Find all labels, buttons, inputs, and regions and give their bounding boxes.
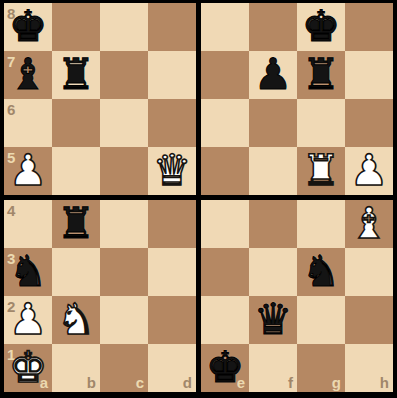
square-h2[interactable]: [345, 296, 393, 344]
black-king-a8[interactable]: ♚: [9, 2, 48, 50]
square-h4[interactable]: ♝: [345, 200, 393, 248]
square-c1[interactable]: c: [100, 344, 148, 392]
file-label-f: f: [288, 375, 293, 390]
square-c3[interactable]: [100, 248, 148, 296]
quadrant-bottom-right: ♝♞♛e♚fgh: [201, 200, 393, 392]
square-f1[interactable]: f: [249, 344, 297, 392]
white-king-a1[interactable]: ♚: [9, 343, 48, 391]
square-d4[interactable]: [148, 200, 196, 248]
chessboard: 8♚7♝♜65♟♛ ♚♟♜♜♟ 4♜3♞2♟♞1a♚bcd ♝♞♛e♚fgh: [4, 3, 393, 392]
square-f2[interactable]: ♛: [249, 296, 297, 344]
square-g2[interactable]: [297, 296, 345, 344]
square-e1[interactable]: e♚: [201, 344, 249, 392]
square-h3[interactable]: [345, 248, 393, 296]
black-knight-a3[interactable]: ♞: [9, 247, 48, 295]
square-h5[interactable]: ♟: [345, 147, 393, 195]
square-b2[interactable]: ♞: [52, 296, 100, 344]
square-d2[interactable]: [148, 296, 196, 344]
square-b4[interactable]: ♜: [52, 200, 100, 248]
black-pawn-f7[interactable]: ♟: [254, 50, 293, 98]
square-b1[interactable]: b: [52, 344, 100, 392]
square-a3[interactable]: 3♞: [4, 248, 52, 296]
square-f6[interactable]: [249, 99, 297, 147]
black-king-g8[interactable]: ♚: [302, 2, 341, 50]
square-g4[interactable]: [297, 200, 345, 248]
black-rook-b7[interactable]: ♜: [57, 50, 96, 98]
square-f5[interactable]: [249, 147, 297, 195]
square-f3[interactable]: [249, 248, 297, 296]
square-g7[interactable]: ♜: [297, 51, 345, 99]
square-h1[interactable]: h: [345, 344, 393, 392]
square-c4[interactable]: [100, 200, 148, 248]
board-frame: 8♚7♝♜65♟♛ ♚♟♜♜♟ 4♜3♞2♟♞1a♚bcd ♝♞♛e♚fgh: [0, 0, 397, 398]
square-b6[interactable]: [52, 99, 100, 147]
file-label-b: b: [87, 375, 96, 390]
square-c2[interactable]: [100, 296, 148, 344]
square-e7[interactable]: [201, 51, 249, 99]
white-bishop-h4[interactable]: ♝: [350, 199, 389, 247]
rank-label-6: 6: [7, 102, 15, 117]
square-e8[interactable]: [201, 3, 249, 51]
white-queen-d5[interactable]: ♛: [153, 146, 192, 194]
square-c8[interactable]: [100, 3, 148, 51]
quadrant-top-right: ♚♟♜♜♟: [201, 3, 393, 195]
square-g8[interactable]: ♚: [297, 3, 345, 51]
black-queen-f2[interactable]: ♛: [254, 295, 293, 343]
square-d8[interactable]: [148, 3, 196, 51]
rank-label-4: 4: [7, 203, 15, 218]
square-d1[interactable]: d: [148, 344, 196, 392]
square-c5[interactable]: [100, 147, 148, 195]
square-a4[interactable]: 4: [4, 200, 52, 248]
square-e6[interactable]: [201, 99, 249, 147]
file-label-g: g: [332, 375, 341, 390]
square-a6[interactable]: 6: [4, 99, 52, 147]
square-g6[interactable]: [297, 99, 345, 147]
square-f8[interactable]: [249, 3, 297, 51]
white-pawn-a5[interactable]: ♟: [9, 146, 48, 194]
square-e5[interactable]: [201, 147, 249, 195]
square-a7[interactable]: 7♝: [4, 51, 52, 99]
square-a5[interactable]: 5♟: [4, 147, 52, 195]
square-g1[interactable]: g: [297, 344, 345, 392]
file-label-h: h: [380, 375, 389, 390]
square-f7[interactable]: ♟: [249, 51, 297, 99]
black-knight-g3[interactable]: ♞: [302, 247, 341, 295]
black-rook-b4[interactable]: ♜: [57, 199, 96, 247]
square-g5[interactable]: ♜: [297, 147, 345, 195]
white-knight-b2[interactable]: ♞: [57, 295, 96, 343]
square-a2[interactable]: 2♟: [4, 296, 52, 344]
square-b3[interactable]: [52, 248, 100, 296]
white-pawn-h5[interactable]: ♟: [350, 146, 389, 194]
square-d7[interactable]: [148, 51, 196, 99]
square-h8[interactable]: [345, 3, 393, 51]
quadrant-bottom-left: 4♜3♞2♟♞1a♚bcd: [4, 200, 196, 392]
square-a8[interactable]: 8♚: [4, 3, 52, 51]
black-bishop-a7[interactable]: ♝: [9, 50, 48, 98]
black-rook-g7[interactable]: ♜: [302, 50, 341, 98]
square-e3[interactable]: [201, 248, 249, 296]
square-c7[interactable]: [100, 51, 148, 99]
square-h7[interactable]: [345, 51, 393, 99]
black-king-e1[interactable]: ♚: [206, 343, 245, 391]
white-pawn-a2[interactable]: ♟: [9, 295, 48, 343]
square-c6[interactable]: [100, 99, 148, 147]
square-d6[interactable]: [148, 99, 196, 147]
square-h6[interactable]: [345, 99, 393, 147]
quadrant-top-left: 8♚7♝♜65♟♛: [4, 3, 196, 195]
square-e2[interactable]: [201, 296, 249, 344]
square-b8[interactable]: [52, 3, 100, 51]
square-a1[interactable]: 1a♚: [4, 344, 52, 392]
square-e4[interactable]: [201, 200, 249, 248]
white-rook-g5[interactable]: ♜: [302, 146, 341, 194]
square-b7[interactable]: ♜: [52, 51, 100, 99]
file-label-c: c: [136, 375, 144, 390]
square-f4[interactable]: [249, 200, 297, 248]
square-d3[interactable]: [148, 248, 196, 296]
square-d5[interactable]: ♛: [148, 147, 196, 195]
file-label-d: d: [183, 375, 192, 390]
square-b5[interactable]: [52, 147, 100, 195]
square-g3[interactable]: ♞: [297, 248, 345, 296]
